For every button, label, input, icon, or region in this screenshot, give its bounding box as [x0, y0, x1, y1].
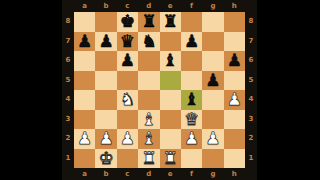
- file-labels-top: abcdefgh: [74, 0, 245, 12]
- square-f1[interactable]: [181, 149, 202, 169]
- rank-label-5-left: 5: [62, 71, 74, 91]
- square-e8[interactable]: ♜: [160, 12, 181, 32]
- square-f7[interactable]: ♟: [181, 32, 202, 52]
- square-a8[interactable]: [74, 12, 95, 32]
- square-c2[interactable]: ♟: [117, 129, 138, 149]
- square-a6[interactable]: [74, 51, 95, 71]
- rank-label-4-right: 4: [245, 90, 257, 110]
- black-pawn-c6: ♟: [120, 51, 135, 70]
- black-pawn-h6: ♟: [227, 51, 242, 70]
- square-b3[interactable]: [95, 110, 116, 130]
- black-pawn-f7: ♟: [184, 32, 199, 51]
- white-pawn-h4: ♟: [227, 90, 242, 109]
- rank-label-7-right: 7: [245, 32, 257, 52]
- rank-label-7-left: 7: [62, 32, 74, 52]
- white-pawn-a2: ♟: [77, 129, 92, 148]
- black-bishop-f4: ♝: [184, 90, 199, 109]
- black-rook-e8: ♜: [163, 12, 178, 31]
- square-c6[interactable]: ♟: [117, 51, 138, 71]
- square-d2[interactable]: ♝: [138, 129, 159, 149]
- square-a3[interactable]: [74, 110, 95, 130]
- square-h4[interactable]: ♟: [224, 90, 245, 110]
- square-e2[interactable]: [160, 129, 181, 149]
- file-label-b-top: b: [95, 0, 116, 12]
- square-h2[interactable]: [224, 129, 245, 149]
- square-c8[interactable]: ♚: [117, 12, 138, 32]
- square-d8[interactable]: ♜: [138, 12, 159, 32]
- white-king-b1: ♚: [98, 149, 113, 168]
- rank-label-2-left: 2: [62, 129, 74, 149]
- square-f4[interactable]: ♝: [181, 90, 202, 110]
- square-d7[interactable]: ♞: [138, 32, 159, 52]
- rank-label-1-right: 1: [245, 149, 257, 169]
- white-bishop-d3: ♝: [141, 110, 156, 129]
- rank-label-4-left: 4: [62, 90, 74, 110]
- square-e6[interactable]: ♝: [160, 51, 181, 71]
- square-d3[interactable]: ♝: [138, 110, 159, 130]
- square-b6[interactable]: [95, 51, 116, 71]
- letterbox-left: [0, 0, 62, 180]
- square-c3[interactable]: [117, 110, 138, 130]
- square-a4[interactable]: [74, 90, 95, 110]
- square-b5[interactable]: [95, 71, 116, 91]
- file-label-g-top: g: [202, 0, 223, 12]
- white-bishop-d2: ♝: [141, 129, 156, 148]
- square-a2[interactable]: ♟: [74, 129, 95, 149]
- square-f3[interactable]: ♛: [181, 110, 202, 130]
- square-g3[interactable]: [202, 110, 223, 130]
- square-b8[interactable]: [95, 12, 116, 32]
- file-label-d-bottom: d: [138, 168, 159, 180]
- rank-label-6-right: 6: [245, 51, 257, 71]
- rank-label-1-left: 1: [62, 149, 74, 169]
- white-pawn-f2: ♟: [184, 129, 199, 148]
- black-pawn-b7: ♟: [98, 32, 113, 51]
- square-d4[interactable]: [138, 90, 159, 110]
- file-label-d-top: d: [138, 0, 159, 12]
- square-c4[interactable]: ♞: [117, 90, 138, 110]
- white-rook-e1: ♜: [163, 149, 178, 168]
- file-label-h-bottom: h: [224, 168, 245, 180]
- square-h1[interactable]: [224, 149, 245, 169]
- square-h6[interactable]: ♟: [224, 51, 245, 71]
- square-f2[interactable]: ♟: [181, 129, 202, 149]
- rank-labels-left: 87654321: [62, 12, 74, 168]
- rank-label-8-right: 8: [245, 12, 257, 32]
- square-e4[interactable]: [160, 90, 181, 110]
- file-label-c-top: c: [117, 0, 138, 12]
- white-queen-f3: ♛: [184, 110, 199, 129]
- square-g4[interactable]: [202, 90, 223, 110]
- square-b1[interactable]: ♚: [95, 149, 116, 169]
- square-g8[interactable]: [202, 12, 223, 32]
- file-label-b-bottom: b: [95, 168, 116, 180]
- square-b2[interactable]: ♟: [95, 129, 116, 149]
- rank-labels-right: 87654321: [245, 12, 257, 168]
- file-label-a-bottom: a: [74, 168, 95, 180]
- rank-label-2-right: 2: [245, 129, 257, 149]
- square-e7[interactable]: [160, 32, 181, 52]
- black-rook-d8: ♜: [141, 12, 156, 31]
- square-c1[interactable]: [117, 149, 138, 169]
- square-a5[interactable]: [74, 71, 95, 91]
- file-label-f-top: f: [181, 0, 202, 12]
- square-f5[interactable]: [181, 71, 202, 91]
- square-d5[interactable]: [138, 71, 159, 91]
- square-c5[interactable]: [117, 71, 138, 91]
- black-king-c8: ♚: [120, 12, 135, 31]
- letterbox-right: [257, 0, 320, 180]
- square-e3[interactable]: [160, 110, 181, 130]
- black-queen-c7: ♛: [120, 32, 135, 51]
- square-g7[interactable]: [202, 32, 223, 52]
- square-f6[interactable]: [181, 51, 202, 71]
- file-label-g-bottom: g: [202, 168, 223, 180]
- square-b4[interactable]: [95, 90, 116, 110]
- rank-label-3-left: 3: [62, 110, 74, 130]
- square-h7[interactable]: [224, 32, 245, 52]
- square-e5[interactable]: [160, 71, 181, 91]
- black-knight-d7: ♞: [141, 32, 156, 51]
- rank-label-3-right: 3: [245, 110, 257, 130]
- file-label-e-top: e: [160, 0, 181, 12]
- rank-label-5-right: 5: [245, 71, 257, 91]
- square-b7[interactable]: ♟: [95, 32, 116, 52]
- black-pawn-a7: ♟: [77, 32, 92, 51]
- white-pawn-g2: ♟: [205, 129, 220, 148]
- square-a1[interactable]: [74, 149, 95, 169]
- file-label-a-top: a: [74, 0, 95, 12]
- file-label-c-bottom: c: [117, 168, 138, 180]
- square-a7[interactable]: ♟: [74, 32, 95, 52]
- square-h3[interactable]: [224, 110, 245, 130]
- board-squares: ♚♜♜♟♟♛♞♟♟♝♟♟♞♝♟♝♛♟♟♟♝♟♟♚♜♜: [74, 12, 245, 168]
- square-g1[interactable]: [202, 149, 223, 169]
- square-e1[interactable]: ♜: [160, 149, 181, 169]
- black-pawn-g5: ♟: [205, 71, 220, 90]
- white-rook-d1: ♜: [141, 149, 156, 168]
- file-labels-bottom: abcdefgh: [74, 168, 245, 180]
- square-f8[interactable]: [181, 12, 202, 32]
- square-h8[interactable]: [224, 12, 245, 32]
- square-d1[interactable]: ♜: [138, 149, 159, 169]
- chess-board: abcdefgh abcdefgh 87654321 87654321 ♚♜♜♟…: [62, 0, 257, 180]
- white-knight-c4: ♞: [120, 90, 135, 109]
- square-h5[interactable]: [224, 71, 245, 91]
- file-label-e-bottom: e: [160, 168, 181, 180]
- square-g6[interactable]: [202, 51, 223, 71]
- black-bishop-e6: ♝: [163, 51, 178, 70]
- white-pawn-b2: ♟: [98, 129, 113, 148]
- file-label-h-top: h: [224, 0, 245, 12]
- square-g2[interactable]: ♟: [202, 129, 223, 149]
- white-pawn-c2: ♟: [120, 129, 135, 148]
- square-g5[interactable]: ♟: [202, 71, 223, 91]
- video-frame: abcdefgh abcdefgh 87654321 87654321 ♚♜♜♟…: [0, 0, 320, 180]
- rank-label-8-left: 8: [62, 12, 74, 32]
- rank-label-6-left: 6: [62, 51, 74, 71]
- square-c7[interactable]: ♛: [117, 32, 138, 52]
- square-d6[interactable]: [138, 51, 159, 71]
- file-label-f-bottom: f: [181, 168, 202, 180]
